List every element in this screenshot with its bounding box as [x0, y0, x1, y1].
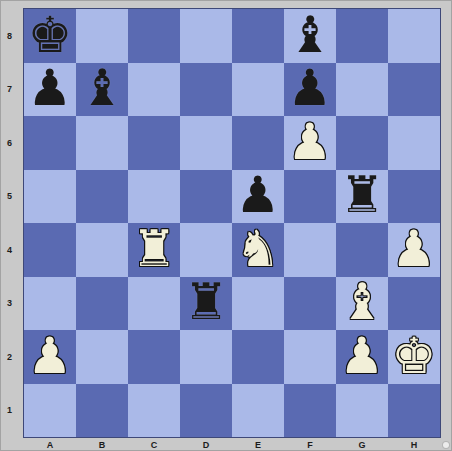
square-a7[interactable]: ♟ — [24, 63, 76, 117]
file-label-f: F — [284, 438, 336, 451]
square-g8[interactable] — [336, 9, 388, 63]
rank-label-2: 2 — [1, 330, 23, 384]
piece-black-rook[interactable]: ♜ — [340, 170, 385, 220]
rank-label-5: 5 — [1, 170, 23, 224]
file-label-g: G — [336, 438, 388, 451]
rank-label-7: 7 — [1, 63, 23, 117]
rank-label-6: 6 — [1, 116, 23, 170]
square-h5[interactable] — [388, 170, 440, 224]
piece-white-knight[interactable]: ♞ — [236, 224, 281, 274]
square-a5[interactable] — [24, 170, 76, 224]
square-h7[interactable] — [388, 63, 440, 117]
piece-black-rook[interactable]: ♜ — [184, 277, 229, 327]
square-g6[interactable] — [336, 116, 388, 170]
square-d6[interactable] — [180, 116, 232, 170]
square-e1[interactable] — [232, 384, 284, 438]
square-h8[interactable] — [388, 9, 440, 63]
square-g5[interactable]: ♜ — [336, 170, 388, 224]
square-a2[interactable]: ♟ — [24, 330, 76, 384]
piece-white-king[interactable]: ♚ — [392, 331, 437, 381]
piece-black-pawn[interactable]: ♟ — [236, 170, 281, 220]
square-e5[interactable]: ♟ — [232, 170, 284, 224]
piece-black-king[interactable]: ♚ — [28, 10, 73, 60]
square-h4[interactable]: ♟ — [388, 223, 440, 277]
square-a3[interactable] — [24, 277, 76, 331]
square-e6[interactable] — [232, 116, 284, 170]
square-h6[interactable] — [388, 116, 440, 170]
square-b4[interactable] — [76, 223, 128, 277]
square-c2[interactable] — [128, 330, 180, 384]
square-e7[interactable] — [232, 63, 284, 117]
piece-black-pawn[interactable]: ♟ — [28, 63, 73, 113]
square-c3[interactable] — [128, 277, 180, 331]
square-b8[interactable] — [76, 9, 128, 63]
square-h2[interactable]: ♚ — [388, 330, 440, 384]
piece-black-pawn[interactable]: ♟ — [288, 63, 333, 113]
square-c5[interactable] — [128, 170, 180, 224]
square-c1[interactable] — [128, 384, 180, 438]
square-b3[interactable] — [76, 277, 128, 331]
file-label-e: E — [232, 438, 284, 451]
piece-white-pawn[interactable]: ♟ — [288, 117, 333, 167]
square-c8[interactable] — [128, 9, 180, 63]
square-c6[interactable] — [128, 116, 180, 170]
square-e2[interactable] — [232, 330, 284, 384]
square-b5[interactable] — [76, 170, 128, 224]
square-d5[interactable] — [180, 170, 232, 224]
square-b1[interactable] — [76, 384, 128, 438]
square-e3[interactable] — [232, 277, 284, 331]
piece-white-pawn[interactable]: ♟ — [392, 224, 437, 274]
square-g7[interactable] — [336, 63, 388, 117]
square-a8[interactable]: ♚ — [24, 9, 76, 63]
square-g2[interactable]: ♟ — [336, 330, 388, 384]
square-d8[interactable] — [180, 9, 232, 63]
square-g4[interactable] — [336, 223, 388, 277]
rank-label-1: 1 — [1, 384, 23, 438]
square-b6[interactable] — [76, 116, 128, 170]
file-labels: ABCDEFGH — [24, 438, 440, 451]
file-label-d: D — [180, 438, 232, 451]
piece-white-rook[interactable]: ♜ — [132, 224, 177, 274]
square-d3[interactable]: ♜ — [180, 277, 232, 331]
square-g1[interactable] — [336, 384, 388, 438]
square-d1[interactable] — [180, 384, 232, 438]
piece-white-bishop[interactable]: ♝ — [340, 277, 385, 327]
square-c7[interactable] — [128, 63, 180, 117]
square-e4[interactable]: ♞ — [232, 223, 284, 277]
square-f3[interactable] — [284, 277, 336, 331]
square-d7[interactable] — [180, 63, 232, 117]
square-f2[interactable] — [284, 330, 336, 384]
square-d2[interactable] — [180, 330, 232, 384]
square-f7[interactable]: ♟ — [284, 63, 336, 117]
piece-black-bishop[interactable]: ♝ — [288, 10, 333, 60]
square-h3[interactable] — [388, 277, 440, 331]
square-d4[interactable] — [180, 223, 232, 277]
rank-label-4: 4 — [1, 223, 23, 277]
square-h1[interactable] — [388, 384, 440, 438]
rank-labels: 87654321 — [1, 9, 23, 437]
resize-grip-dot[interactable] — [443, 442, 449, 448]
rank-label-3: 3 — [1, 277, 23, 331]
square-f8[interactable]: ♝ — [284, 9, 336, 63]
file-label-b: B — [76, 438, 128, 451]
rank-label-8: 8 — [1, 9, 23, 63]
square-e8[interactable] — [232, 9, 284, 63]
square-f5[interactable] — [284, 170, 336, 224]
square-b2[interactable] — [76, 330, 128, 384]
square-b7[interactable]: ♝ — [76, 63, 128, 117]
piece-white-pawn[interactable]: ♟ — [28, 331, 73, 381]
file-label-h: H — [388, 438, 440, 451]
file-label-c: C — [128, 438, 180, 451]
piece-white-pawn[interactable]: ♟ — [340, 331, 385, 381]
square-f1[interactable] — [284, 384, 336, 438]
square-f6[interactable]: ♟ — [284, 116, 336, 170]
chess-board: ♚♝♟♝♟♟♟♜♜♞♟♜♝♟♟♚ — [24, 9, 440, 437]
square-g3[interactable]: ♝ — [336, 277, 388, 331]
square-a6[interactable] — [24, 116, 76, 170]
square-f4[interactable] — [284, 223, 336, 277]
square-a4[interactable] — [24, 223, 76, 277]
square-a1[interactable] — [24, 384, 76, 438]
chess-app-window: 87654321 ♚♝♟♝♟♟♟♜♜♞♟♜♝♟♟♚ ABCDEFGH — [0, 0, 452, 451]
square-c4[interactable]: ♜ — [128, 223, 180, 277]
file-label-a: A — [24, 438, 76, 451]
piece-black-bishop[interactable]: ♝ — [80, 63, 125, 113]
